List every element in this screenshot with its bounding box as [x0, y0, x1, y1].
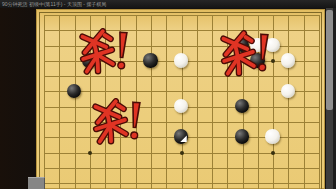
- white-stone[interactable]: [174, 53, 189, 68]
- star-point: [88, 151, 92, 155]
- black-stone[interactable]: [143, 53, 158, 68]
- black-stone[interactable]: [82, 53, 97, 68]
- black-stone[interactable]: [250, 53, 265, 68]
- panel-corner: [28, 177, 45, 189]
- app-window: 90分钟死活 初级中(第11手) - 天顶围 - 摆子棋局: [0, 0, 336, 189]
- go-board[interactable]: [36, 9, 325, 189]
- left-background-strip: [0, 8, 36, 189]
- white-stone[interactable]: [281, 53, 296, 68]
- last-move-marker: [180, 135, 187, 142]
- black-stone[interactable]: [174, 129, 189, 144]
- white-stone[interactable]: [250, 38, 265, 53]
- white-stone[interactable]: [265, 129, 280, 144]
- window-title: 90分钟死活 初级中(第11手) - 天顶围 - 摆子棋局: [2, 1, 106, 7]
- star-point: [271, 151, 275, 155]
- title-bar: 90分钟死活 初级中(第11手) - 天顶围 - 摆子棋局: [0, 0, 336, 8]
- white-stone[interactable]: [265, 38, 280, 53]
- scrollbar-thumb[interactable]: [326, 10, 333, 110]
- star-point: [271, 59, 275, 63]
- star-point: [180, 151, 184, 155]
- scrollbar-track[interactable]: [326, 8, 333, 189]
